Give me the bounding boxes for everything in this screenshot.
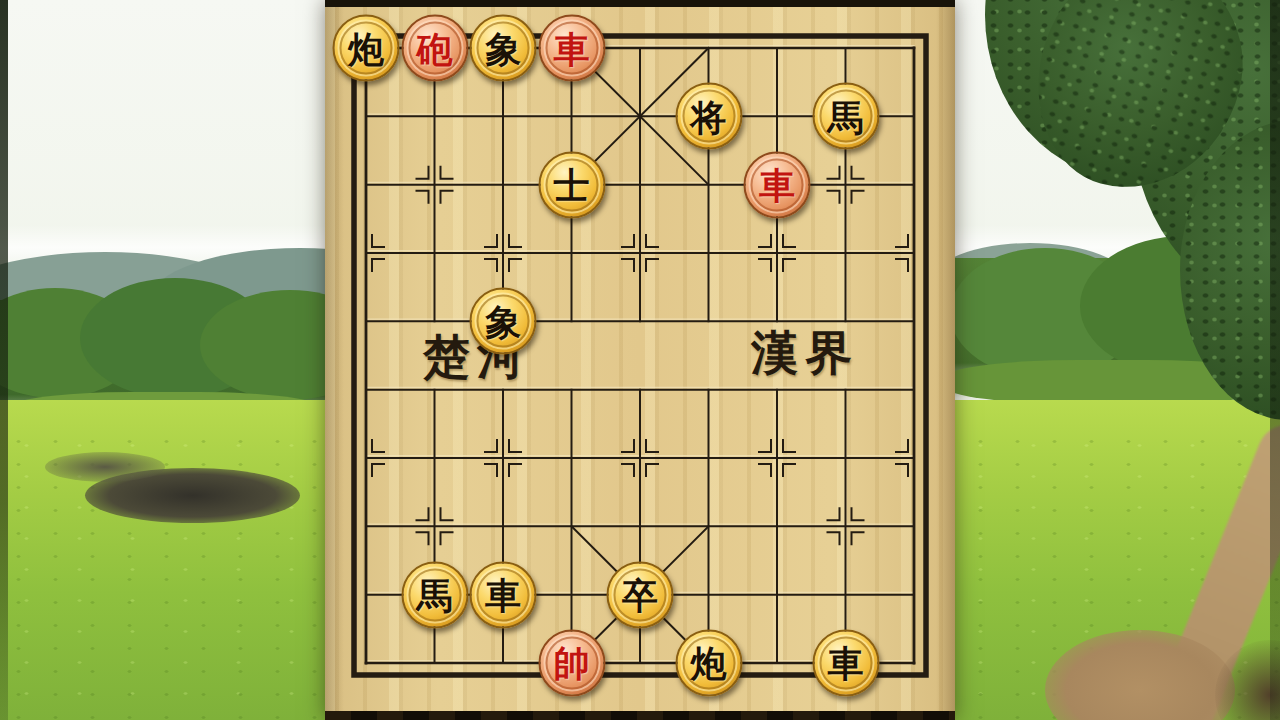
piece-char: 卒 [622,577,658,613]
piece-black-chariot[interactable]: 車 [470,561,537,628]
piece-char: 炮 [348,30,384,66]
piece-black-soldier[interactable]: 卒 [607,561,674,628]
piece-black-horse[interactable]: 馬 [812,83,879,150]
piece-char: 車 [759,167,795,203]
piece-black-horse[interactable]: 馬 [401,561,468,628]
piece-char: 砲 [417,30,453,66]
piece-char: 車 [554,30,590,66]
piece-red-chariot[interactable]: 車 [538,15,605,82]
xiangqi-board[interactable]: 楚河 漢界 炮砲象車将馬士車象馬車卒帥炮車 [325,0,955,720]
piece-black-elephant[interactable]: 象 [470,15,537,82]
piece-red-chariot[interactable]: 車 [744,151,811,218]
scene: 楚河 漢界 炮砲象車将馬士車象馬車卒帥炮車 [0,0,1280,720]
piece-black-cannon[interactable]: 炮 [675,629,742,696]
mud-patch-small [45,452,165,482]
piece-char: 馬 [417,577,453,613]
piece-red-general[interactable]: 帥 [538,629,605,696]
piece-char: 帥 [554,645,590,681]
piece-black-general[interactable]: 将 [675,83,742,150]
right-edge-shadow [1270,0,1280,720]
piece-red-cannon[interactable]: 砲 [401,15,468,82]
piece-black-cannon[interactable]: 炮 [333,15,400,82]
piece-char: 車 [485,577,521,613]
piece-char: 炮 [691,645,727,681]
piece-char: 士 [554,167,590,203]
piece-char: 車 [828,645,864,681]
board-top-strip [325,0,955,7]
piece-black-elephant[interactable]: 象 [470,288,537,355]
piece-black-chariot[interactable]: 車 [812,629,879,696]
piece-char: 馬 [828,98,864,134]
pieces-layer: 炮砲象車将馬士車象馬車卒帥炮車 [325,0,955,720]
board-bottom-strip [325,711,955,720]
left-edge-shadow [0,0,8,720]
piece-char: 象 [485,30,521,66]
piece-black-advisor[interactable]: 士 [538,151,605,218]
piece-char: 象 [485,303,521,339]
piece-char: 将 [691,98,727,134]
